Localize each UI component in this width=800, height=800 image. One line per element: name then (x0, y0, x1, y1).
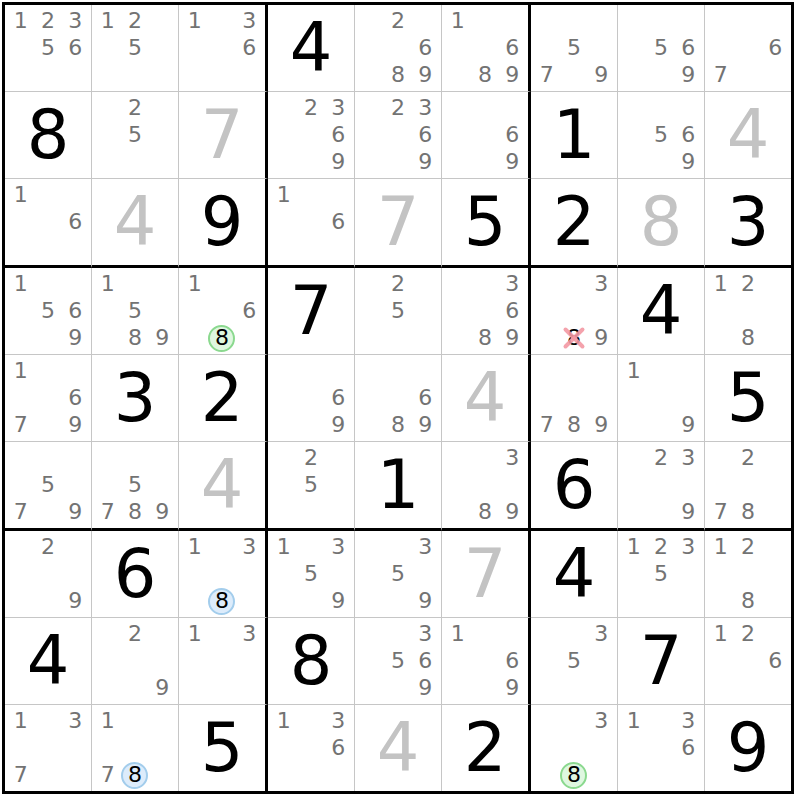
candidate-slot-empty (762, 560, 789, 587)
candidate-slot-empty (647, 384, 674, 411)
candidate-slot-empty (357, 34, 384, 61)
candidate-slot-empty (62, 762, 89, 789)
candidate-slot-empty (533, 647, 560, 674)
cell-r7c7[interactable]: 4 (531, 531, 618, 618)
candidate-slot-empty (444, 647, 471, 674)
cell-r4c2[interactable]: 1589 (92, 268, 179, 355)
candidate-grid: 136 (268, 705, 354, 791)
cell-r4c8[interactable]: 4 (618, 268, 705, 355)
cell-r4c1[interactable]: 1569 (5, 268, 92, 355)
candidate-slot-empty (620, 588, 647, 615)
candidate-2: 2 (121, 94, 148, 121)
cell-r9c3[interactable]: 5 (179, 705, 268, 791)
candidate-slot-empty (94, 734, 121, 761)
candidate-slot-empty (412, 7, 439, 34)
candidate-slot-empty (620, 384, 647, 411)
candidate-6: 6 (325, 208, 352, 235)
cell-r7c1[interactable]: 29 (5, 531, 92, 618)
candidate-grid: 2369 (355, 92, 441, 178)
cell-r9c7[interactable]: 38 (531, 705, 618, 791)
candidate-9: 9 (499, 325, 526, 352)
big-digit-given: 7 (268, 268, 354, 354)
candidate-2: 2 (384, 94, 411, 121)
candidate-slot-empty (560, 734, 587, 761)
candidate-slot-empty (34, 357, 61, 384)
cell-r6c4[interactable]: 25 (268, 442, 355, 531)
candidate-slot-empty (533, 384, 560, 411)
candidate-6: 6 (325, 121, 352, 148)
candidate-slot-empty (325, 471, 352, 498)
candidate-slot-empty (444, 270, 471, 297)
candidate-slot-empty (149, 270, 176, 297)
big-digit-given: 5 (442, 179, 528, 265)
candidate-slot-empty (297, 588, 324, 615)
candidate-slot-empty (7, 533, 34, 560)
candidate-slot-empty (357, 412, 384, 439)
big-digit-given: 5 (705, 355, 791, 441)
cell-r1c7[interactable]: 579 (531, 5, 618, 92)
cell-r3c6[interactable]: 5 (442, 179, 531, 268)
candidate-6: 6 (412, 34, 439, 61)
cell-r1c5[interactable]: 2689 (355, 5, 442, 92)
candidate-slot-empty (62, 444, 89, 471)
candidate-slot-empty (181, 675, 208, 702)
cell-r5c5[interactable]: 689 (355, 355, 442, 442)
cell-r7c3[interactable]: 138 (179, 531, 268, 618)
big-digit-given: 6 (92, 531, 178, 617)
candidate-slot-empty (34, 499, 61, 526)
candidate-slot-empty (270, 208, 297, 235)
candidate-slot-empty (384, 149, 411, 176)
board-row-2: 8257236923696915694 (5, 92, 791, 179)
candidate-slot-empty (7, 384, 34, 411)
candidate-5: 5 (34, 34, 61, 61)
cell-r2c4[interactable]: 2369 (268, 92, 355, 179)
cell-r4c4[interactable]: 7 (268, 268, 355, 355)
candidate-1: 1 (444, 620, 471, 647)
candidate-7: 7 (533, 62, 560, 89)
cell-r5c8[interactable]: 19 (618, 355, 705, 442)
cell-r2c2[interactable]: 25 (92, 92, 179, 179)
candidate-slot-empty (471, 297, 498, 324)
candidate-grid: 389 (531, 268, 617, 354)
cell-r5c9[interactable]: 5 (705, 355, 791, 442)
candidate-1: 1 (270, 181, 297, 208)
candidate-slot-empty (297, 762, 324, 789)
big-digit-given: 5 (179, 705, 265, 791)
candidate-slot-empty (149, 297, 176, 324)
candidate-9: 9 (412, 588, 439, 615)
candidate-slot-empty (384, 357, 411, 384)
candidate-2: 2 (734, 533, 761, 560)
candidate-8: 8 (734, 588, 761, 615)
candidate-slot-empty (471, 7, 498, 34)
cell-r8c6[interactable]: 169 (442, 618, 531, 705)
candidate-grid: 168 (179, 268, 265, 354)
cell-r8c9[interactable]: 126 (705, 618, 791, 705)
candidate-3: 3 (325, 94, 352, 121)
big-digit-solver: 4 (442, 355, 528, 441)
candidate-8-circled-blue: 8 (121, 762, 148, 789)
candidate-slot-empty (499, 7, 526, 34)
candidate-slot-empty (357, 270, 384, 297)
cell-r4c7[interactable]: 389 (531, 268, 618, 355)
candidate-slot-empty (384, 533, 411, 560)
candidate-grid: 38 (531, 705, 617, 791)
candidate-slot-empty (297, 121, 324, 148)
candidate-slot-empty (444, 444, 471, 471)
candidate-slot-empty (121, 149, 148, 176)
candidate-slot-empty (412, 270, 439, 297)
candidate-slot-empty (560, 384, 587, 411)
cell-r6c1[interactable]: 579 (5, 442, 92, 531)
candidate-slot-empty (149, 762, 176, 789)
candidate-slot-empty (444, 325, 471, 352)
cell-r5c3[interactable]: 2 (179, 355, 268, 442)
candidate-slot-empty (444, 471, 471, 498)
cell-r5c7[interactable]: 789 (531, 355, 618, 442)
cell-r6c9[interactable]: 278 (705, 442, 791, 531)
candidate-3: 3 (588, 270, 615, 297)
candidate-9: 9 (325, 412, 352, 439)
candidate-slot-empty (471, 94, 498, 121)
candidate-slot-empty (62, 471, 89, 498)
candidate-slot-empty (325, 357, 352, 384)
candidate-6: 6 (499, 121, 526, 148)
cell-r3c8[interactable]: 8 (618, 179, 705, 268)
candidate-grid: 2369 (268, 92, 354, 178)
candidate-1: 1 (94, 270, 121, 297)
candidate-slot-empty (647, 588, 674, 615)
big-digit-given: 7 (618, 618, 704, 704)
candidate-6: 6 (675, 34, 702, 61)
cell-r1c6[interactable]: 1689 (442, 5, 531, 92)
candidate-9: 9 (325, 588, 352, 615)
board-row-6: 579578942513896239278 (5, 442, 791, 531)
cell-r8c3[interactable]: 13 (179, 618, 268, 705)
candidate-6: 6 (499, 647, 526, 674)
candidate-9: 9 (499, 149, 526, 176)
candidate-grid: 128 (705, 268, 791, 354)
candidate-9: 9 (412, 149, 439, 176)
candidate-5: 5 (384, 647, 411, 674)
cell-r6c3[interactable]: 4 (179, 442, 268, 531)
cell-r8c8[interactable]: 7 (618, 618, 705, 705)
cell-r1c2[interactable]: 125 (92, 5, 179, 92)
cell-r7c2[interactable]: 6 (92, 531, 179, 618)
candidate-6: 6 (236, 297, 263, 324)
candidate-slot-empty (647, 62, 674, 89)
cell-r7c4[interactable]: 1359 (268, 531, 355, 618)
candidate-slot-empty (62, 734, 89, 761)
candidate-slot-empty (208, 675, 235, 702)
candidate-slot-empty (34, 236, 61, 263)
candidate-9: 9 (675, 499, 702, 526)
cell-r6c5[interactable]: 1 (355, 442, 442, 531)
cell-r5c6[interactable]: 4 (442, 355, 531, 442)
candidate-slot-empty (357, 533, 384, 560)
cell-r5c4[interactable]: 69 (268, 355, 355, 442)
candidate-slot-empty (357, 62, 384, 89)
cell-r3c4[interactable]: 16 (268, 179, 355, 268)
candidate-1: 1 (270, 707, 297, 734)
cell-r3c2[interactable]: 4 (92, 179, 179, 268)
candidate-slot-empty (34, 560, 61, 587)
candidate-slot-empty (762, 297, 789, 324)
candidate-8: 8 (734, 499, 761, 526)
board-row-9: 137178513642381369 (5, 705, 791, 791)
candidate-grid: 169 (442, 618, 528, 704)
candidate-grid: 3689 (442, 268, 528, 354)
candidate-3: 3 (236, 7, 263, 34)
candidate-slot-empty (208, 297, 235, 324)
cell-r4c5[interactable]: 25 (355, 268, 442, 355)
candidate-5: 5 (121, 471, 148, 498)
candidate-slot-empty (7, 444, 34, 471)
cell-r2c5[interactable]: 2369 (355, 92, 442, 179)
cell-r1c4[interactable]: 4 (268, 5, 355, 92)
candidate-grid: 126 (705, 618, 791, 704)
candidate-9: 9 (62, 325, 89, 352)
candidate-slot-empty (270, 471, 297, 498)
candidate-8-circled-blue: 8 (208, 588, 235, 615)
cell-r3c5[interactable]: 7 (355, 179, 442, 268)
candidate-grid: 278 (705, 442, 791, 528)
cell-r6c2[interactable]: 5789 (92, 442, 179, 531)
candidate-slot-empty (762, 7, 789, 34)
candidate-slot-empty (620, 762, 647, 789)
candidate-9: 9 (149, 325, 176, 352)
board-row-3: 16491675283 (5, 179, 791, 268)
candidate-grid: 29 (5, 531, 91, 617)
candidate-slot-empty (149, 7, 176, 34)
candidate-slot-empty (533, 297, 560, 324)
cell-r8c5[interactable]: 3569 (355, 618, 442, 705)
big-digit-solver: 7 (442, 531, 528, 617)
cell-r1c8[interactable]: 569 (618, 5, 705, 92)
candidate-slot-empty (560, 297, 587, 324)
cell-r8c1[interactable]: 4 (5, 618, 92, 705)
candidate-slot-empty (471, 647, 498, 674)
candidate-slot-empty (560, 675, 587, 702)
candidate-slot-empty (588, 675, 615, 702)
candidate-slot-empty (675, 357, 702, 384)
candidate-slot-empty (121, 707, 148, 734)
candidate-slot-empty (94, 149, 121, 176)
candidate-grid: 69 (268, 355, 354, 441)
cell-r5c2[interactable]: 3 (92, 355, 179, 442)
candidate-slot-empty (734, 560, 761, 587)
cell-r2c9[interactable]: 4 (705, 92, 791, 179)
candidate-5: 5 (34, 471, 61, 498)
candidate-1: 1 (181, 533, 208, 560)
candidate-slot-empty (181, 325, 208, 352)
candidate-slot-empty (149, 62, 176, 89)
candidate-3: 3 (675, 444, 702, 471)
candidate-grid: 359 (355, 531, 441, 617)
candidate-7: 7 (94, 762, 121, 789)
candidate-slot-empty (620, 34, 647, 61)
candidate-8: 8 (384, 412, 411, 439)
big-digit-given: 2 (531, 179, 617, 265)
big-digit-solver: 4 (705, 92, 791, 178)
candidate-6: 6 (62, 297, 89, 324)
candidate-5: 5 (121, 121, 148, 148)
cell-r7c8[interactable]: 1235 (618, 531, 705, 618)
candidate-1: 1 (7, 707, 34, 734)
cell-r4c6[interactable]: 3689 (442, 268, 531, 355)
candidate-slot-empty (62, 236, 89, 263)
candidate-3: 3 (236, 533, 263, 560)
cell-r9c8[interactable]: 136 (618, 705, 705, 791)
candidate-slot-empty (444, 34, 471, 61)
cell-r4c3[interactable]: 168 (179, 268, 268, 355)
big-digit-given: 9 (705, 705, 791, 791)
candidate-6: 6 (412, 121, 439, 148)
candidate-slot-empty (236, 270, 263, 297)
candidate-slot-empty (270, 588, 297, 615)
candidate-slot-empty (647, 94, 674, 121)
candidate-slot-empty (707, 560, 734, 587)
candidate-slot-empty (620, 121, 647, 148)
candidate-slot-empty (208, 270, 235, 297)
candidate-slot-empty (533, 707, 560, 734)
cell-r8c2[interactable]: 29 (92, 618, 179, 705)
cell-r5c1[interactable]: 1679 (5, 355, 92, 442)
cell-r2c8[interactable]: 569 (618, 92, 705, 179)
candidate-grid: 35 (531, 618, 617, 704)
cell-r6c6[interactable]: 389 (442, 442, 531, 531)
candidate-slot-empty (357, 357, 384, 384)
candidate-slot-empty (588, 734, 615, 761)
candidate-slot-empty (499, 620, 526, 647)
cell-r3c7[interactable]: 2 (531, 179, 618, 268)
candidate-9: 9 (412, 62, 439, 89)
candidate-6: 6 (412, 647, 439, 674)
cell-r8c7[interactable]: 35 (531, 618, 618, 705)
candidate-1: 1 (181, 620, 208, 647)
candidate-grid: 1689 (442, 5, 528, 91)
candidate-2: 2 (647, 533, 674, 560)
big-digit-given: 8 (5, 92, 91, 178)
cell-r9c6[interactable]: 2 (442, 705, 531, 791)
candidate-slot-empty (94, 675, 121, 702)
candidate-slot-empty (34, 62, 61, 89)
candidate-slot-empty (499, 471, 526, 498)
cell-r1c3[interactable]: 136 (179, 5, 268, 92)
candidate-slot-empty (734, 34, 761, 61)
candidate-2: 2 (384, 270, 411, 297)
candidate-slot-empty (297, 149, 324, 176)
candidate-7: 7 (7, 499, 34, 526)
cell-r4c9[interactable]: 128 (705, 268, 791, 355)
candidate-2: 2 (34, 7, 61, 34)
candidate-slot-empty (675, 471, 702, 498)
candidate-slot-empty (588, 762, 615, 789)
candidate-slot-empty (560, 62, 587, 89)
candidate-6: 6 (675, 734, 702, 761)
candidate-3: 3 (588, 707, 615, 734)
cell-r3c3[interactable]: 9 (179, 179, 268, 268)
candidate-slot-empty (34, 707, 61, 734)
cell-r3c1[interactable]: 16 (5, 179, 92, 268)
cell-r3c9[interactable]: 3 (705, 179, 791, 268)
candidate-slot-empty (707, 34, 734, 61)
candidate-grid: 389 (442, 442, 528, 528)
candidate-slot-empty (707, 7, 734, 34)
candidate-slot-empty (620, 560, 647, 587)
candidate-slot-empty (384, 34, 411, 61)
cell-r6c8[interactable]: 239 (618, 442, 705, 531)
cell-r7c6[interactable]: 7 (442, 531, 531, 618)
candidate-slot-empty (325, 560, 352, 587)
candidate-slot-empty (444, 297, 471, 324)
candidate-slot-empty (34, 762, 61, 789)
candidate-slot-empty (297, 499, 324, 526)
cell-r7c5[interactable]: 359 (355, 531, 442, 618)
cell-r2c7[interactable]: 1 (531, 92, 618, 179)
candidate-grid: 16 (268, 179, 354, 265)
cell-r7c9[interactable]: 128 (705, 531, 791, 618)
candidate-slot-empty (297, 236, 324, 263)
candidate-1: 1 (444, 7, 471, 34)
candidate-slot-empty (762, 62, 789, 89)
candidate-8: 8 (471, 325, 498, 352)
board-row-5: 167932696894789195 (5, 355, 791, 442)
candidate-6: 6 (62, 384, 89, 411)
candidate-slot-empty (270, 384, 297, 411)
candidate-slot-empty (208, 62, 235, 89)
candidate-grid: 25 (268, 442, 354, 528)
cell-r1c9[interactable]: 67 (705, 5, 791, 92)
candidate-8: 8 (121, 499, 148, 526)
candidate-slot-empty (270, 499, 297, 526)
cell-r6c7[interactable]: 6 (531, 442, 618, 531)
candidate-slot-empty (471, 149, 498, 176)
candidate-5: 5 (560, 34, 587, 61)
cell-r9c2[interactable]: 178 (92, 705, 179, 791)
cell-r1c1[interactable]: 12356 (5, 5, 92, 92)
cell-r9c9[interactable]: 9 (705, 705, 791, 791)
cell-r2c1[interactable]: 8 (5, 92, 92, 179)
cell-r9c4[interactable]: 136 (268, 705, 355, 791)
candidate-grid: 1679 (5, 355, 91, 441)
candidate-8-circled-green: 8 (208, 325, 235, 352)
candidate-slot-empty (34, 588, 61, 615)
candidate-grid: 579 (531, 5, 617, 91)
candidate-slot-empty (149, 149, 176, 176)
sudoku-board: 1235612513642689168957956967825723692369… (2, 2, 794, 794)
candidate-9: 9 (499, 675, 526, 702)
big-digit-given: 8 (268, 618, 354, 704)
candidate-grid: 3569 (355, 618, 441, 704)
cell-r9c1[interactable]: 137 (5, 705, 92, 791)
candidate-slot-empty (620, 7, 647, 34)
candidate-2: 2 (121, 620, 148, 647)
candidate-7: 7 (7, 762, 34, 789)
cell-r2c6[interactable]: 69 (442, 92, 531, 179)
candidate-slot-empty (620, 734, 647, 761)
candidate-grid: 67 (705, 5, 791, 91)
candidate-slot-empty (325, 499, 352, 526)
cell-r9c5[interactable]: 4 (355, 705, 442, 791)
big-digit-given: 4 (5, 618, 91, 704)
candidate-9: 9 (149, 499, 176, 526)
candidate-slot-empty (560, 620, 587, 647)
cell-r2c3[interactable]: 7 (179, 92, 268, 179)
candidate-slot-empty (533, 734, 560, 761)
cell-r8c4[interactable]: 8 (268, 618, 355, 705)
